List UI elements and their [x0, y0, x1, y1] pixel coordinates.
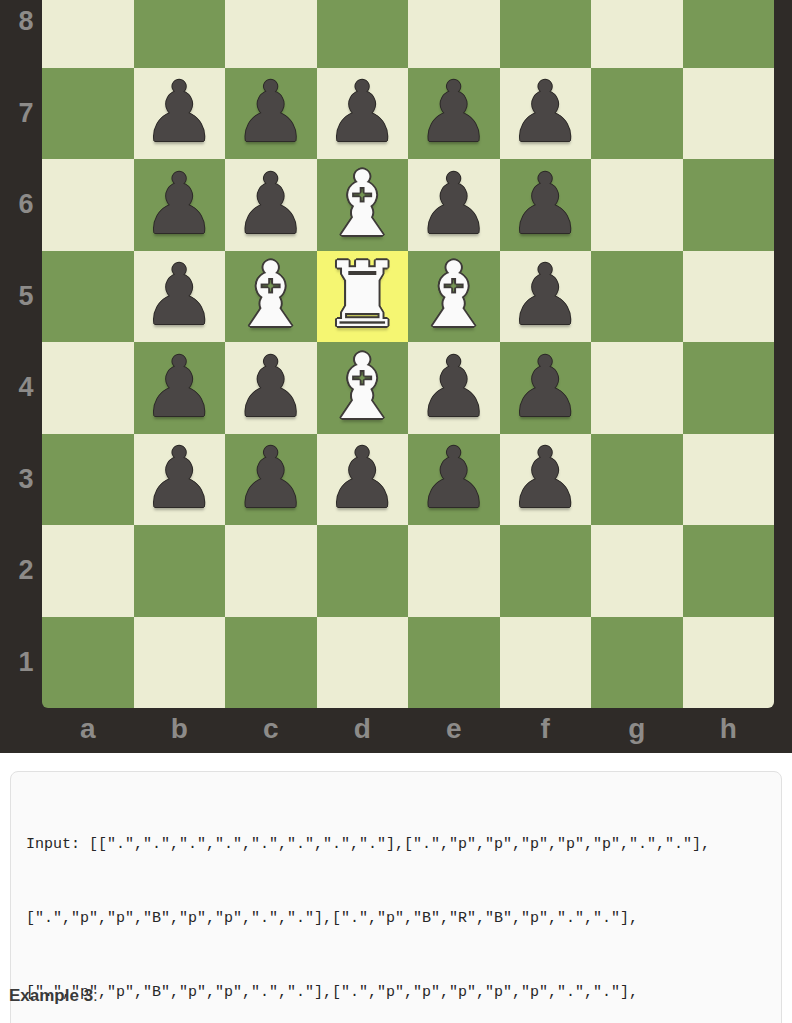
square-c2 — [225, 525, 317, 617]
rank-label-4: 4 — [0, 342, 42, 434]
square-c3: ♟ — [225, 434, 317, 526]
board-grid: ♟♟♟♟♟♟♟♝♟♟♟♝♜♝♟♟♟♝♟♟♟♟♟♟♟ — [42, 0, 774, 708]
file-label-f: f — [500, 708, 592, 753]
example-heading: Example 3: — [9, 986, 98, 1006]
code-line-input: Input: [[".",".",".",".",".",".",".","."… — [26, 833, 766, 858]
square-e3: ♟ — [408, 434, 500, 526]
file-label-h: h — [683, 708, 775, 753]
file-label-g: g — [591, 708, 683, 753]
square-d5: ♜ — [317, 251, 409, 343]
black-pawn: ♟ — [508, 253, 583, 337]
square-g7 — [591, 68, 683, 160]
square-c1 — [225, 617, 317, 709]
square-a1 — [42, 617, 134, 709]
square-e2 — [408, 525, 500, 617]
page: 87654321 ♟♟♟♟♟♟♟♝♟♟♟♝♜♝♟♟♟♝♟♟♟♟♟♟♟ abcde… — [0, 0, 792, 1023]
white-rook: ♜ — [322, 250, 403, 340]
square-a3 — [42, 434, 134, 526]
black-pawn: ♟ — [416, 345, 491, 429]
square-h3 — [683, 434, 775, 526]
square-a8 — [42, 0, 134, 68]
example-code-block: Input: [[".",".",".",".",".",".",".","."… — [10, 771, 782, 1023]
square-h4 — [683, 342, 775, 434]
white-bishop: ♝ — [322, 342, 403, 432]
square-d1 — [317, 617, 409, 709]
black-pawn: ♟ — [142, 436, 217, 520]
square-d2 — [317, 525, 409, 617]
square-b1 — [134, 617, 226, 709]
chess-board: 87654321 ♟♟♟♟♟♟♟♝♟♟♟♝♜♝♟♟♟♝♟♟♟♟♟♟♟ abcde… — [0, 0, 792, 753]
file-label-b: b — [134, 708, 226, 753]
code-line: [".","p","p","B","p","p",".","."],[".","… — [26, 907, 766, 932]
square-g1 — [591, 617, 683, 709]
black-pawn: ♟ — [416, 162, 491, 246]
rank-label-8: 8 — [0, 0, 42, 68]
black-pawn: ♟ — [508, 162, 583, 246]
example-heading-bold: Example 3 — [9, 986, 93, 1005]
black-pawn: ♟ — [233, 70, 308, 154]
square-c5: ♝ — [225, 251, 317, 343]
square-b8 — [134, 0, 226, 68]
square-a5 — [42, 251, 134, 343]
example-heading-colon: : — [93, 986, 98, 1005]
square-d7: ♟ — [317, 68, 409, 160]
square-d8 — [317, 0, 409, 68]
square-f2 — [500, 525, 592, 617]
black-pawn: ♟ — [508, 345, 583, 429]
white-bishop: ♝ — [322, 159, 403, 249]
black-pawn: ♟ — [416, 436, 491, 520]
white-bishop: ♝ — [230, 250, 311, 340]
square-c4: ♟ — [225, 342, 317, 434]
file-label-c: c — [225, 708, 317, 753]
black-pawn: ♟ — [325, 436, 400, 520]
square-f4: ♟ — [500, 342, 592, 434]
square-e6: ♟ — [408, 159, 500, 251]
file-label-d: d — [317, 708, 409, 753]
rank-label-3: 3 — [0, 434, 42, 526]
square-d3: ♟ — [317, 434, 409, 526]
square-b4: ♟ — [134, 342, 226, 434]
rank-label-1: 1 — [0, 617, 42, 709]
rank-labels: 87654321 — [0, 0, 42, 708]
rank-label-7: 7 — [0, 68, 42, 160]
square-g2 — [591, 525, 683, 617]
square-a2 — [42, 525, 134, 617]
square-f6: ♟ — [500, 159, 592, 251]
square-c6: ♟ — [225, 159, 317, 251]
black-pawn: ♟ — [508, 70, 583, 154]
square-b7: ♟ — [134, 68, 226, 160]
square-e8 — [408, 0, 500, 68]
square-f3: ♟ — [500, 434, 592, 526]
square-c8 — [225, 0, 317, 68]
square-h1 — [683, 617, 775, 709]
black-pawn: ♟ — [142, 345, 217, 429]
square-h8 — [683, 0, 775, 68]
file-label-e: e — [408, 708, 500, 753]
square-f5: ♟ — [500, 251, 592, 343]
square-e1 — [408, 617, 500, 709]
square-h2 — [683, 525, 775, 617]
black-pawn: ♟ — [142, 70, 217, 154]
square-a6 — [42, 159, 134, 251]
file-labels: abcdefgh — [42, 708, 774, 753]
square-g6 — [591, 159, 683, 251]
square-g4 — [591, 342, 683, 434]
white-bishop: ♝ — [413, 250, 494, 340]
square-f8 — [500, 0, 592, 68]
square-h7 — [683, 68, 775, 160]
square-f1 — [500, 617, 592, 709]
square-e5: ♝ — [408, 251, 500, 343]
black-pawn: ♟ — [416, 70, 491, 154]
square-e4: ♟ — [408, 342, 500, 434]
square-g8 — [591, 0, 683, 68]
square-e7: ♟ — [408, 68, 500, 160]
square-b2 — [134, 525, 226, 617]
black-pawn: ♟ — [233, 162, 308, 246]
square-b6: ♟ — [134, 159, 226, 251]
rank-label-2: 2 — [0, 525, 42, 617]
black-pawn: ♟ — [142, 253, 217, 337]
square-d6: ♝ — [317, 159, 409, 251]
square-g3 — [591, 434, 683, 526]
black-pawn: ♟ — [325, 70, 400, 154]
square-b5: ♟ — [134, 251, 226, 343]
square-d4: ♝ — [317, 342, 409, 434]
square-h6 — [683, 159, 775, 251]
file-label-a: a — [42, 708, 134, 753]
square-c7: ♟ — [225, 68, 317, 160]
square-a4 — [42, 342, 134, 434]
code-line: [".","p","p","B","p","p",".","."],[".","… — [26, 981, 766, 1006]
square-b3: ♟ — [134, 434, 226, 526]
rank-label-6: 6 — [0, 159, 42, 251]
square-g5 — [591, 251, 683, 343]
square-a7 — [42, 68, 134, 160]
square-f7: ♟ — [500, 68, 592, 160]
black-pawn: ♟ — [233, 436, 308, 520]
square-h5 — [683, 251, 775, 343]
black-pawn: ♟ — [142, 162, 217, 246]
black-pawn: ♟ — [508, 436, 583, 520]
black-pawn: ♟ — [233, 345, 308, 429]
rank-label-5: 5 — [0, 251, 42, 343]
